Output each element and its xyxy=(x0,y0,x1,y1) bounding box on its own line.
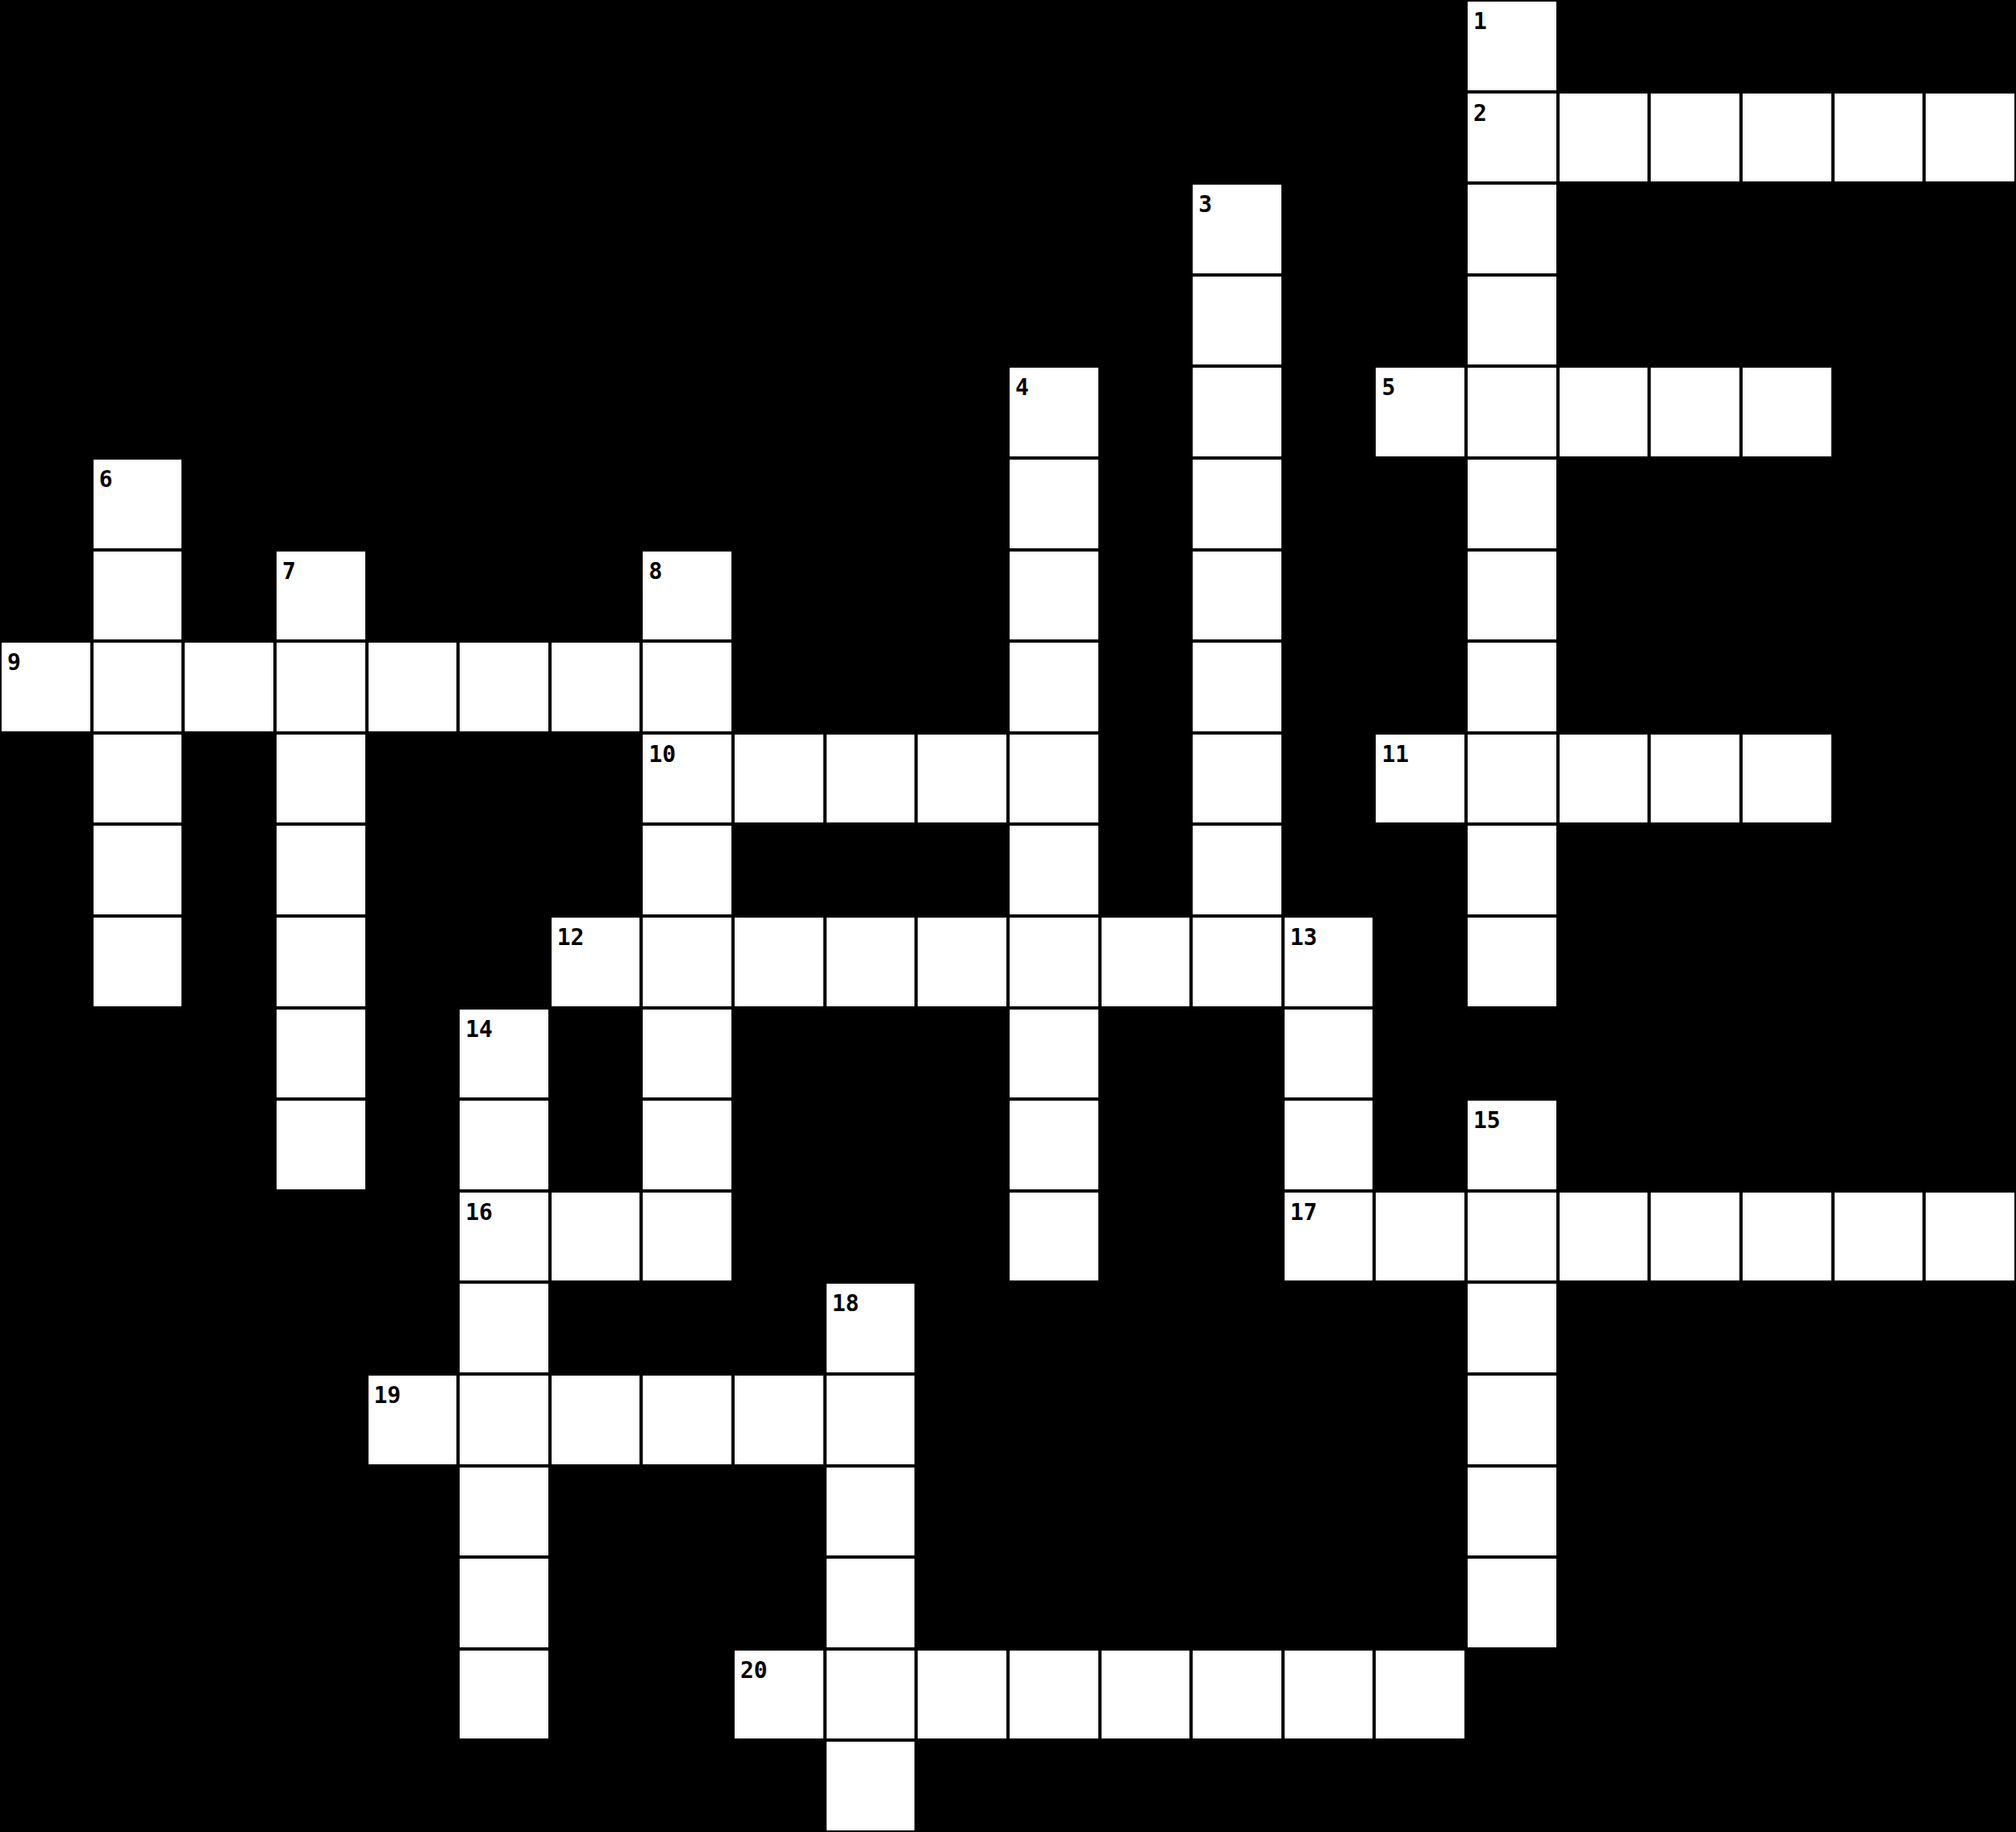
black-cell xyxy=(550,1557,642,1649)
black-cell xyxy=(641,275,733,367)
grid-cell[interactable] xyxy=(1833,1191,1925,1283)
black-cell xyxy=(1374,0,1466,92)
clue-number: 13 xyxy=(1290,926,1318,949)
black-cell xyxy=(825,0,917,92)
grid-cell[interactable]: 3 xyxy=(1191,183,1283,275)
black-cell xyxy=(1741,275,1833,367)
black-cell xyxy=(92,0,184,92)
black-cell xyxy=(1191,1282,1283,1374)
black-cell xyxy=(458,916,550,1008)
black-cell xyxy=(183,1466,275,1558)
clue-number: 17 xyxy=(1290,1201,1318,1224)
grid-cell[interactable] xyxy=(92,916,184,1008)
black-cell xyxy=(1741,1282,1833,1374)
black-cell xyxy=(1558,1374,1650,1466)
grid-cell[interactable] xyxy=(1466,916,1558,1008)
grid-cell[interactable] xyxy=(1008,733,1100,825)
grid-cell[interactable]: 13 xyxy=(1283,916,1375,1008)
grid-cell[interactable] xyxy=(458,1466,550,1558)
black-cell xyxy=(1100,275,1192,367)
grid-cell[interactable] xyxy=(275,1099,367,1191)
grid-cell[interactable] xyxy=(1558,733,1650,825)
clue-number: 7 xyxy=(282,560,296,583)
black-cell xyxy=(0,183,92,275)
black-cell xyxy=(916,550,1008,642)
black-cell xyxy=(916,458,1008,550)
black-cell xyxy=(275,1282,367,1374)
grid-cell[interactable] xyxy=(458,1282,550,1374)
black-cell xyxy=(275,1740,367,1832)
grid-cell[interactable] xyxy=(1466,550,1558,642)
black-cell xyxy=(641,1649,733,1741)
black-cell xyxy=(916,183,1008,275)
clue-number: 5 xyxy=(1381,377,1395,399)
black-cell xyxy=(0,1008,92,1100)
black-cell xyxy=(1374,1008,1466,1100)
black-cell xyxy=(550,1282,642,1374)
grid-cell[interactable] xyxy=(641,824,733,916)
black-cell xyxy=(92,1740,184,1832)
grid-cell[interactable] xyxy=(1466,458,1558,550)
black-cell xyxy=(733,1099,825,1191)
grid-cell[interactable] xyxy=(825,1557,917,1649)
black-cell xyxy=(1374,1099,1466,1191)
clue-number: 4 xyxy=(1015,377,1029,399)
black-cell xyxy=(1374,1374,1466,1466)
black-cell xyxy=(825,366,917,458)
black-cell xyxy=(1741,1099,1833,1191)
black-cell xyxy=(0,916,92,1008)
grid-cell[interactable] xyxy=(1100,916,1192,1008)
grid-cell[interactable] xyxy=(1191,1649,1283,1741)
black-cell xyxy=(1649,1008,1741,1100)
black-cell xyxy=(0,824,92,916)
black-cell xyxy=(825,1099,917,1191)
black-cell xyxy=(1558,824,1650,916)
black-cell xyxy=(275,275,367,367)
black-cell xyxy=(458,824,550,916)
black-cell xyxy=(825,641,917,733)
black-cell xyxy=(1374,275,1466,367)
black-cell xyxy=(0,1740,92,1832)
black-cell xyxy=(1558,275,1650,367)
grid-cell[interactable] xyxy=(1466,1374,1558,1466)
black-cell xyxy=(825,550,917,642)
grid-cell[interactable] xyxy=(1191,550,1283,642)
black-cell xyxy=(0,1099,92,1191)
clue-number: 19 xyxy=(374,1384,402,1407)
black-cell xyxy=(0,1466,92,1558)
black-cell xyxy=(1649,1740,1741,1832)
grid-cell[interactable] xyxy=(1008,1099,1100,1191)
black-cell xyxy=(458,183,550,275)
black-cell xyxy=(733,275,825,367)
clue-number: 20 xyxy=(740,1659,768,1682)
black-cell xyxy=(1100,458,1192,550)
grid-cell[interactable]: 20 xyxy=(733,1649,825,1741)
grid-cell[interactable] xyxy=(916,1649,1008,1741)
black-cell xyxy=(1100,0,1192,92)
black-cell xyxy=(1833,1466,1925,1558)
black-cell xyxy=(641,0,733,92)
grid-cell[interactable] xyxy=(641,1374,733,1466)
grid-cell[interactable] xyxy=(1008,1649,1100,1741)
black-cell xyxy=(1008,275,1100,367)
black-cell xyxy=(183,458,275,550)
black-cell xyxy=(825,1191,917,1283)
black-cell xyxy=(1833,733,1925,825)
black-cell xyxy=(550,0,642,92)
grid-cell[interactable] xyxy=(275,1008,367,1100)
grid-cell[interactable] xyxy=(550,1191,642,1283)
black-cell xyxy=(1558,1649,1650,1741)
grid-cell[interactable] xyxy=(1924,92,2016,184)
black-cell xyxy=(275,1191,367,1283)
black-cell xyxy=(183,1557,275,1649)
black-cell xyxy=(1741,183,1833,275)
grid-cell[interactable]: 8 xyxy=(641,550,733,642)
black-cell xyxy=(1741,1649,1833,1741)
grid-cell[interactable] xyxy=(733,733,825,825)
grid-cell[interactable] xyxy=(458,1557,550,1649)
black-cell xyxy=(1924,366,2016,458)
black-cell xyxy=(1649,916,1741,1008)
black-cell xyxy=(1649,458,1741,550)
grid-cell[interactable] xyxy=(1649,733,1741,825)
black-cell xyxy=(0,1282,92,1374)
black-cell xyxy=(367,458,459,550)
black-cell xyxy=(916,275,1008,367)
grid-cell[interactable]: 16 xyxy=(458,1191,550,1283)
clue-number: 10 xyxy=(648,743,676,766)
grid-cell[interactable] xyxy=(1741,366,1833,458)
grid-cell[interactable] xyxy=(1466,824,1558,916)
black-cell xyxy=(1833,1649,1925,1741)
black-cell xyxy=(367,1191,459,1283)
black-cell xyxy=(1649,641,1741,733)
black-cell xyxy=(550,1649,642,1741)
black-cell xyxy=(0,366,92,458)
grid-cell[interactable] xyxy=(1191,641,1283,733)
black-cell xyxy=(183,366,275,458)
black-cell xyxy=(733,0,825,92)
grid-cell[interactable]: 7 xyxy=(275,550,367,642)
black-cell xyxy=(1100,550,1192,642)
grid-cell[interactable] xyxy=(1283,1099,1375,1191)
black-cell xyxy=(550,1740,642,1832)
black-cell xyxy=(1558,458,1650,550)
black-cell xyxy=(1833,1374,1925,1466)
clue-number: 3 xyxy=(1198,194,1212,216)
crossword-grid: 1234567891011121314151617181920 xyxy=(0,0,2016,1832)
black-cell xyxy=(275,1649,367,1741)
grid-cell[interactable] xyxy=(1191,275,1283,367)
grid-cell[interactable] xyxy=(641,1191,733,1283)
clue-number: 6 xyxy=(99,468,113,491)
black-cell xyxy=(458,366,550,458)
grid-cell[interactable] xyxy=(1741,1191,1833,1283)
grid-cell[interactable]: 5 xyxy=(1374,366,1466,458)
grid-cell[interactable] xyxy=(825,1649,917,1741)
black-cell xyxy=(916,641,1008,733)
black-cell xyxy=(550,275,642,367)
grid-cell[interactable]: 15 xyxy=(1466,1099,1558,1191)
grid-cell[interactable] xyxy=(1374,1649,1466,1741)
black-cell xyxy=(1741,0,1833,92)
black-cell xyxy=(550,366,642,458)
black-cell xyxy=(183,1740,275,1832)
black-cell xyxy=(550,183,642,275)
black-cell xyxy=(1283,550,1375,642)
black-cell xyxy=(1558,550,1650,642)
black-cell xyxy=(367,275,459,367)
grid-cell[interactable] xyxy=(641,916,733,1008)
black-cell xyxy=(1466,1649,1558,1741)
black-cell xyxy=(916,1740,1008,1832)
black-cell xyxy=(92,1466,184,1558)
grid-cell[interactable]: 4 xyxy=(1008,366,1100,458)
grid-cell[interactable]: 19 xyxy=(367,1374,459,1466)
black-cell xyxy=(1924,1557,2016,1649)
clue-number: 18 xyxy=(832,1293,860,1315)
black-cell xyxy=(275,1557,367,1649)
grid-cell[interactable] xyxy=(1191,824,1283,916)
grid-cell[interactable] xyxy=(1191,366,1283,458)
black-cell xyxy=(1558,1557,1650,1649)
grid-cell[interactable] xyxy=(1008,1191,1100,1283)
grid-cell[interactable] xyxy=(367,641,459,733)
black-cell xyxy=(275,0,367,92)
grid-cell[interactable] xyxy=(1924,1191,2016,1283)
black-cell xyxy=(1649,183,1741,275)
black-cell xyxy=(183,550,275,642)
grid-cell[interactable] xyxy=(1466,366,1558,458)
grid-cell[interactable]: 1 xyxy=(1466,0,1558,92)
grid-cell[interactable] xyxy=(92,733,184,825)
black-cell xyxy=(1833,824,1925,916)
grid-cell[interactable] xyxy=(458,1099,550,1191)
black-cell xyxy=(1191,1740,1283,1832)
black-cell xyxy=(92,1282,184,1374)
black-cell xyxy=(0,550,92,642)
grid-cell[interactable] xyxy=(1649,1191,1741,1283)
black-cell xyxy=(1649,1466,1741,1558)
grid-cell[interactable] xyxy=(1558,92,1650,184)
grid-cell[interactable] xyxy=(1741,733,1833,825)
black-cell xyxy=(916,1099,1008,1191)
grid-cell[interactable] xyxy=(1466,183,1558,275)
black-cell xyxy=(1558,1282,1650,1374)
black-cell xyxy=(1008,92,1100,184)
grid-cell[interactable] xyxy=(1466,1191,1558,1283)
grid-cell[interactable] xyxy=(916,916,1008,1008)
grid-cell[interactable] xyxy=(550,1374,642,1466)
black-cell xyxy=(1374,458,1466,550)
grid-cell[interactable] xyxy=(641,1008,733,1100)
black-cell xyxy=(183,1008,275,1100)
black-cell xyxy=(367,733,459,825)
grid-cell[interactable]: 9 xyxy=(0,641,92,733)
grid-cell[interactable] xyxy=(1008,641,1100,733)
black-cell xyxy=(183,1099,275,1191)
black-cell xyxy=(0,1374,92,1466)
black-cell xyxy=(641,366,733,458)
black-cell xyxy=(1374,550,1466,642)
black-cell xyxy=(1833,275,1925,367)
black-cell xyxy=(1558,1740,1650,1832)
black-cell xyxy=(1558,1099,1650,1191)
grid-cell[interactable]: 17 xyxy=(1283,1191,1375,1283)
black-cell xyxy=(458,275,550,367)
grid-cell[interactable] xyxy=(92,824,184,916)
grid-cell[interactable] xyxy=(1008,458,1100,550)
black-cell xyxy=(1741,1740,1833,1832)
black-cell xyxy=(1741,1466,1833,1558)
grid-cell[interactable]: 14 xyxy=(458,1008,550,1100)
grid-cell[interactable] xyxy=(1649,92,1741,184)
grid-cell[interactable] xyxy=(1466,1466,1558,1558)
grid-cell[interactable]: 2 xyxy=(1466,92,1558,184)
black-cell xyxy=(183,92,275,184)
grid-cell[interactable] xyxy=(458,1649,550,1741)
black-cell xyxy=(916,1282,1008,1374)
black-cell xyxy=(92,366,184,458)
black-cell xyxy=(1191,1099,1283,1191)
black-cell xyxy=(458,1740,550,1832)
black-cell xyxy=(1191,1557,1283,1649)
grid-cell[interactable] xyxy=(825,916,917,1008)
black-cell xyxy=(1833,916,1925,1008)
black-cell xyxy=(550,550,642,642)
grid-cell[interactable] xyxy=(1466,1557,1558,1649)
black-cell xyxy=(458,92,550,184)
black-cell xyxy=(825,275,917,367)
grid-cell[interactable]: 11 xyxy=(1374,733,1466,825)
grid-cell[interactable] xyxy=(92,641,184,733)
black-cell xyxy=(1924,1099,2016,1191)
black-cell xyxy=(1100,183,1192,275)
black-cell xyxy=(183,733,275,825)
grid-cell[interactable] xyxy=(92,550,184,642)
black-cell xyxy=(1191,0,1283,92)
black-cell xyxy=(1466,1740,1558,1832)
black-cell xyxy=(1100,1557,1192,1649)
grid-cell[interactable] xyxy=(458,1374,550,1466)
grid-cell[interactable] xyxy=(1283,1649,1375,1741)
grid-cell[interactable] xyxy=(1008,916,1100,1008)
grid-cell[interactable] xyxy=(1466,1282,1558,1374)
black-cell xyxy=(0,1649,92,1741)
black-cell xyxy=(275,92,367,184)
black-cell xyxy=(641,92,733,184)
grid-cell[interactable]: 10 xyxy=(641,733,733,825)
grid-cell[interactable] xyxy=(1374,1191,1466,1283)
grid-cell[interactable]: 18 xyxy=(825,1282,917,1374)
black-cell xyxy=(1283,1557,1375,1649)
grid-cell[interactable] xyxy=(1558,1191,1650,1283)
grid-cell[interactable] xyxy=(825,1740,917,1832)
black-cell xyxy=(92,1374,184,1466)
black-cell xyxy=(1649,550,1741,642)
black-cell xyxy=(1558,916,1650,1008)
grid-cell[interactable] xyxy=(183,641,275,733)
black-cell xyxy=(0,0,92,92)
black-cell xyxy=(367,1008,459,1100)
grid-cell[interactable] xyxy=(275,824,367,916)
grid-cell[interactable] xyxy=(1741,92,1833,184)
black-cell xyxy=(1100,1740,1192,1832)
grid-cell[interactable] xyxy=(825,1374,917,1466)
grid-cell[interactable] xyxy=(275,733,367,825)
grid-cell[interactable]: 12 xyxy=(550,916,642,1008)
grid-cell[interactable] xyxy=(1008,824,1100,916)
grid-cell[interactable] xyxy=(1466,275,1558,367)
grid-cell[interactable] xyxy=(1833,92,1925,184)
grid-cell[interactable] xyxy=(1466,641,1558,733)
black-cell xyxy=(1374,1282,1466,1374)
grid-cell[interactable] xyxy=(275,916,367,1008)
black-cell xyxy=(1833,183,1925,275)
black-cell xyxy=(1924,183,2016,275)
grid-cell[interactable] xyxy=(1191,458,1283,550)
grid-cell[interactable] xyxy=(1008,550,1100,642)
black-cell xyxy=(1558,0,1650,92)
black-cell xyxy=(1283,366,1375,458)
grid-cell[interactable] xyxy=(550,641,642,733)
grid-cell[interactable]: 6 xyxy=(92,458,184,550)
black-cell xyxy=(1924,458,2016,550)
black-cell xyxy=(1833,1099,1925,1191)
black-cell xyxy=(1283,733,1375,825)
black-cell xyxy=(733,1740,825,1832)
black-cell xyxy=(1741,1557,1833,1649)
clue-number: 16 xyxy=(465,1201,493,1224)
black-cell xyxy=(367,1740,459,1832)
grid-cell[interactable] xyxy=(1283,1008,1375,1100)
grid-cell[interactable] xyxy=(825,733,917,825)
black-cell xyxy=(733,1191,825,1283)
black-cell xyxy=(1558,641,1650,733)
black-cell xyxy=(1283,1282,1375,1374)
grid-cell[interactable] xyxy=(458,641,550,733)
black-cell xyxy=(916,0,1008,92)
grid-cell[interactable] xyxy=(733,1374,825,1466)
grid-cell[interactable] xyxy=(825,1466,917,1558)
grid-cell[interactable] xyxy=(641,1099,733,1191)
grid-cell[interactable] xyxy=(1466,733,1558,825)
grid-cell[interactable] xyxy=(1558,366,1650,458)
grid-cell[interactable] xyxy=(1649,366,1741,458)
black-cell xyxy=(1283,458,1375,550)
grid-cell[interactable] xyxy=(916,733,1008,825)
clue-number: 1 xyxy=(1473,10,1487,33)
grid-cell[interactable] xyxy=(275,641,367,733)
grid-cell[interactable] xyxy=(641,641,733,733)
black-cell xyxy=(92,1557,184,1649)
grid-cell[interactable] xyxy=(1100,1649,1192,1741)
black-cell xyxy=(733,1282,825,1374)
black-cell xyxy=(1558,1008,1650,1100)
black-cell xyxy=(1741,550,1833,642)
black-cell xyxy=(733,183,825,275)
black-cell xyxy=(1649,1557,1741,1649)
black-cell xyxy=(550,1099,642,1191)
grid-cell[interactable] xyxy=(1191,733,1283,825)
black-cell xyxy=(1283,1740,1375,1832)
grid-cell[interactable] xyxy=(1008,1008,1100,1100)
grid-cell[interactable] xyxy=(733,916,825,1008)
grid-cell[interactable] xyxy=(1191,916,1283,1008)
